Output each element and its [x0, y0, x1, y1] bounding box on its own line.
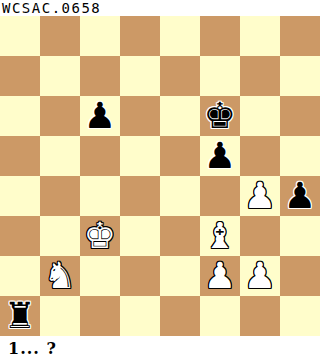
square-h5[interactable] — [280, 136, 320, 176]
square-b7[interactable] — [40, 56, 80, 96]
square-f7[interactable] — [200, 56, 240, 96]
square-g5[interactable] — [240, 136, 280, 176]
square-g3[interactable] — [240, 216, 280, 256]
square-e2[interactable] — [160, 256, 200, 296]
square-d4[interactable] — [120, 176, 160, 216]
white-pawn: ♟ — [244, 176, 276, 216]
square-d2[interactable] — [120, 256, 160, 296]
square-b5[interactable] — [40, 136, 80, 176]
square-g6[interactable] — [240, 96, 280, 136]
square-d5[interactable] — [120, 136, 160, 176]
white-pawn: ♟ — [204, 256, 236, 296]
square-c7[interactable] — [80, 56, 120, 96]
square-h4[interactable]: ♟ — [280, 176, 320, 216]
square-a2[interactable] — [0, 256, 40, 296]
square-b6[interactable] — [40, 96, 80, 136]
square-c6[interactable]: ♟ — [80, 96, 120, 136]
square-a6[interactable] — [0, 96, 40, 136]
square-b1[interactable] — [40, 296, 80, 336]
square-g8[interactable] — [240, 16, 280, 56]
square-e1[interactable] — [160, 296, 200, 336]
square-d8[interactable] — [120, 16, 160, 56]
square-d1[interactable] — [120, 296, 160, 336]
square-f5[interactable]: ♟ — [200, 136, 240, 176]
square-h3[interactable] — [280, 216, 320, 256]
square-b2[interactable]: ♞ — [40, 256, 80, 296]
chess-puzzle-window: WCSAC.0658 ♟♚♟♟♟♚♝♞♟♟♜ 1... ? — [0, 0, 320, 360]
square-g2[interactable]: ♟ — [240, 256, 280, 296]
square-c2[interactable] — [80, 256, 120, 296]
square-a4[interactable] — [0, 176, 40, 216]
square-a1[interactable]: ♜ — [0, 296, 40, 336]
square-d6[interactable] — [120, 96, 160, 136]
square-b4[interactable] — [40, 176, 80, 216]
square-h1[interactable] — [280, 296, 320, 336]
square-e5[interactable] — [160, 136, 200, 176]
black-king: ♚ — [204, 96, 236, 136]
white-bishop: ♝ — [204, 216, 236, 256]
square-a3[interactable] — [0, 216, 40, 256]
white-pawn: ♟ — [244, 256, 276, 296]
square-c8[interactable] — [80, 16, 120, 56]
black-pawn: ♟ — [84, 96, 116, 136]
black-rook: ♜ — [4, 296, 36, 336]
square-h6[interactable] — [280, 96, 320, 136]
square-b8[interactable] — [40, 16, 80, 56]
square-c1[interactable] — [80, 296, 120, 336]
white-knight: ♞ — [44, 256, 76, 296]
white-king: ♚ — [84, 216, 116, 256]
square-h8[interactable] — [280, 16, 320, 56]
square-d7[interactable] — [120, 56, 160, 96]
square-b3[interactable] — [40, 216, 80, 256]
move-prompt: 1... ? — [0, 336, 320, 360]
square-f8[interactable] — [200, 16, 240, 56]
puzzle-title: WCSAC.0658 — [0, 0, 320, 16]
black-pawn: ♟ — [284, 176, 316, 216]
square-g1[interactable] — [240, 296, 280, 336]
square-e6[interactable] — [160, 96, 200, 136]
square-c4[interactable] — [80, 176, 120, 216]
square-e7[interactable] — [160, 56, 200, 96]
square-g4[interactable]: ♟ — [240, 176, 280, 216]
square-h7[interactable] — [280, 56, 320, 96]
square-g7[interactable] — [240, 56, 280, 96]
square-a7[interactable] — [0, 56, 40, 96]
square-a5[interactable] — [0, 136, 40, 176]
square-d3[interactable] — [120, 216, 160, 256]
square-a8[interactable] — [0, 16, 40, 56]
square-f1[interactable] — [200, 296, 240, 336]
square-f4[interactable] — [200, 176, 240, 216]
square-e8[interactable] — [160, 16, 200, 56]
square-e4[interactable] — [160, 176, 200, 216]
square-f2[interactable]: ♟ — [200, 256, 240, 296]
square-e3[interactable] — [160, 216, 200, 256]
square-h2[interactable] — [280, 256, 320, 296]
chess-board: ♟♚♟♟♟♚♝♞♟♟♜ — [0, 16, 320, 336]
black-pawn: ♟ — [204, 136, 236, 176]
square-c5[interactable] — [80, 136, 120, 176]
square-f6[interactable]: ♚ — [200, 96, 240, 136]
square-c3[interactable]: ♚ — [80, 216, 120, 256]
square-f3[interactable]: ♝ — [200, 216, 240, 256]
